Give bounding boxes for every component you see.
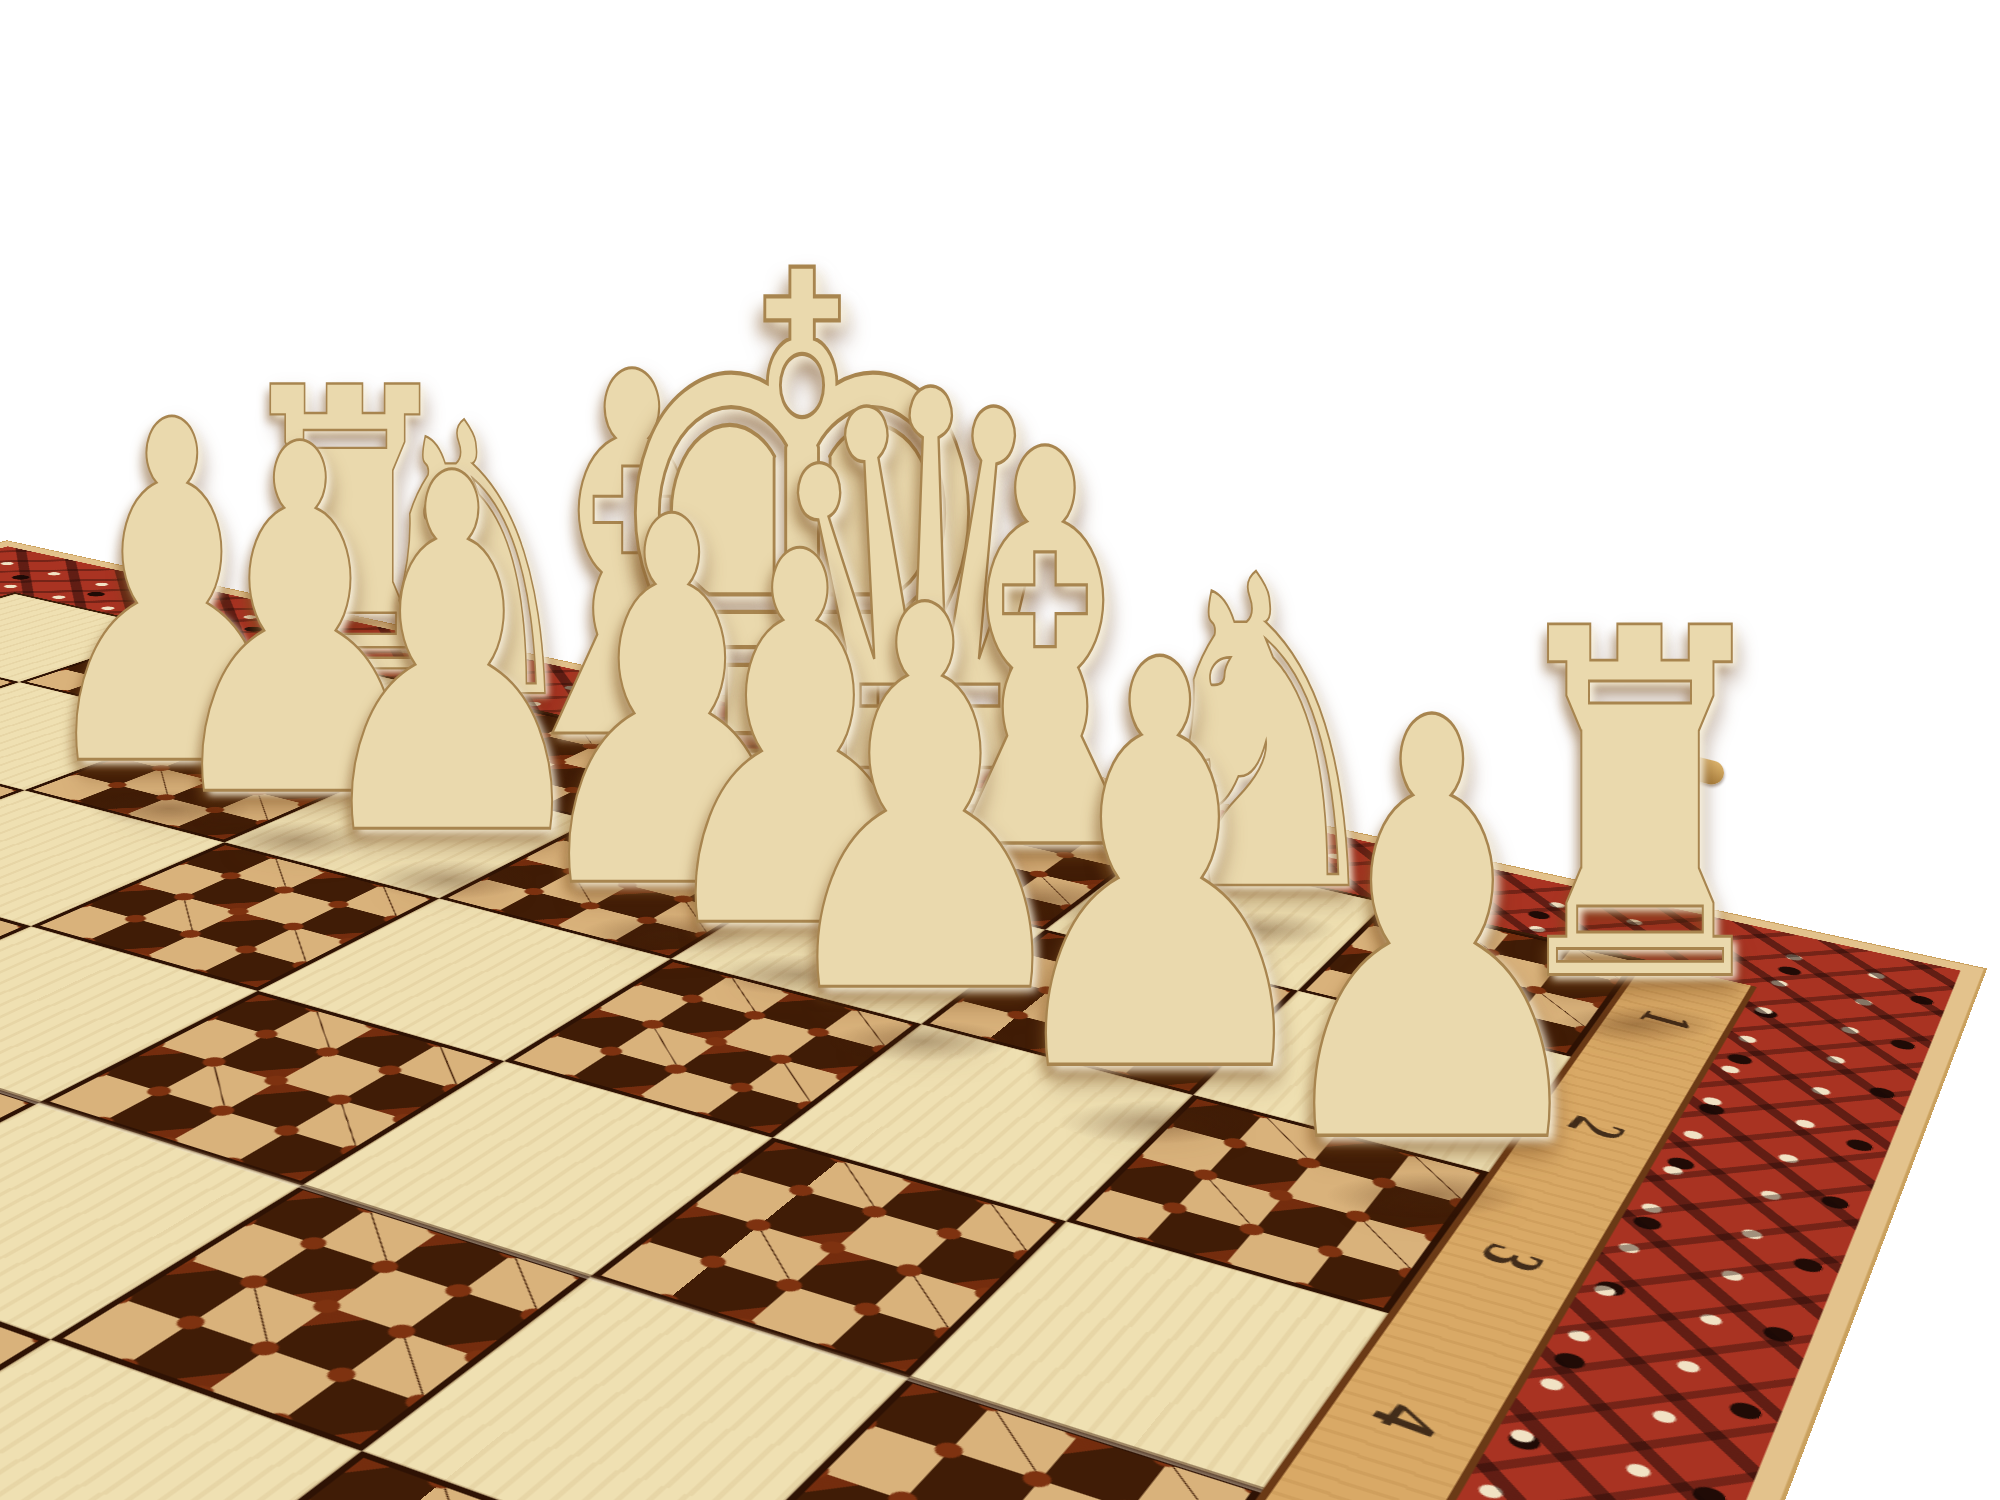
piece-white-pawn-a2[interactable]: ♟ bbox=[1256, 646, 1608, 1224]
chess-set-photo: 12345678 ♜♞♝♚♛♝♞♜♟♟♟♟♟♟♟♟ bbox=[0, 0, 2000, 1500]
rank-label-4: 4 bbox=[1332, 1376, 1483, 1465]
